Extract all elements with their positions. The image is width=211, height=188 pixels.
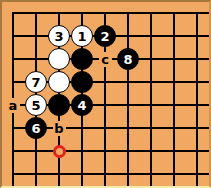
- black-stone-4: 4: [71, 94, 93, 116]
- grid-line-vertical: [173, 12, 175, 186]
- go-diagram-frame: abc31287546: [0, 0, 211, 188]
- white-stone-3: 3: [48, 25, 70, 47]
- grid-line-horizontal: [12, 173, 209, 175]
- black-stone: [71, 48, 93, 70]
- black-stone-6: 6: [25, 117, 47, 139]
- white-stone: [48, 71, 70, 93]
- black-stone: [71, 71, 93, 93]
- white-stone-1: 1: [71, 25, 93, 47]
- white-stone-5: 5: [25, 94, 47, 116]
- black-stone: [48, 94, 70, 116]
- circle-marker: [53, 145, 66, 158]
- white-stone-7: 7: [25, 71, 47, 93]
- point-label-a: a: [7, 98, 20, 113]
- grid-line-horizontal: [12, 12, 209, 14]
- grid-line-vertical: [196, 12, 198, 186]
- point-label-b: b: [53, 121, 66, 136]
- grid-line-horizontal: [12, 150, 209, 152]
- grid-line-vertical: [127, 12, 129, 186]
- point-label-c: c: [99, 52, 112, 67]
- go-board: abc31287546: [2, 2, 209, 186]
- black-stone-2: 2: [94, 25, 116, 47]
- grid-line-vertical: [150, 12, 152, 186]
- white-stone: [48, 48, 70, 70]
- black-stone-8: 8: [117, 48, 139, 70]
